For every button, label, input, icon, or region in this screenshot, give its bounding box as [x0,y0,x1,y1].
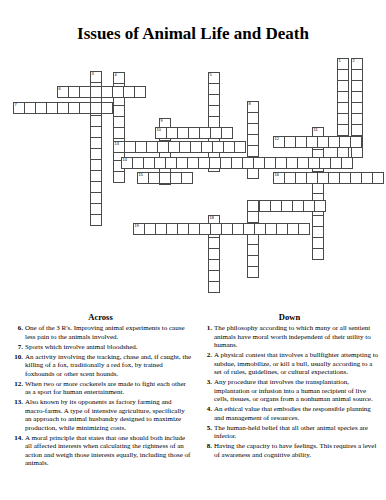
across-clue: 12.When two or more cockerels are made t… [10,380,191,397]
word-slot-19-across: 19 [133,223,309,235]
across-header: Across [10,312,191,322]
cell-number: 6 [59,87,61,91]
clue-number: 4. [199,405,214,422]
clue-number: 12. [10,380,25,397]
crossword-cell[interactable] [341,157,353,169]
word-slot-15-across: 15 [137,172,192,184]
crossword-cell[interactable] [314,200,326,212]
cell-number: 7 [15,103,17,107]
crossword-cell[interactable] [247,266,259,278]
cell-number: 1 [339,59,341,63]
clue-text: Any procedure that involves the transpla… [214,378,380,404]
clue-number: 2. [199,351,214,377]
crossword-cell[interactable] [208,281,220,293]
across-clue: 14.A moral principle that states that on… [10,434,191,468]
down-header: Down [199,312,380,322]
cell-number: 4 [115,73,117,77]
clue-text: Also known by its opponents as factory f… [25,398,191,432]
crossword-cell[interactable] [234,141,246,153]
clue-number: 8. [199,442,214,459]
clue-number: 13. [10,398,25,432]
across-clue: 10.An activity involving the tracking, c… [10,353,191,379]
cell-number: 8 [249,102,251,106]
cell-number: 15 [139,173,143,177]
word-slot-17-across: 17 [248,200,325,212]
clue-text: An activity involving the tracking, chas… [25,353,191,379]
down-clue: 5.The human-held belief that all other a… [199,424,380,441]
down-clue: 2.A physical contest that involves a bul… [199,351,380,377]
clue-text: One of the 3 R's. Improving animal exper… [25,324,191,341]
clue-number: 14. [10,434,25,468]
clue-text: A physical contest that involves a bullf… [214,351,380,377]
crossword-cell[interactable] [134,86,146,98]
across-clues-column: Across 6.One of the 3 R's. Improving ani… [10,312,191,470]
down-clue: 4.An ethical value that embodies the res… [199,405,380,422]
word-slot-6-across: 6 [57,86,145,98]
clue-text: An ethical value that embodies the respo… [214,405,380,422]
clue-number: 5. [199,424,214,441]
clue-number: 1. [199,324,214,350]
word-slot-12-across: 12 [273,136,361,148]
down-clue: 1.The philosophy according to which many… [199,324,380,350]
crossword-cell[interactable] [298,223,310,235]
cell-number: 11 [314,128,318,132]
cell-number: 10 [157,128,161,132]
word-slot-13-across: 13 [113,141,245,153]
across-clues-list: 6.One of the 3 R's. Improving animal exp… [10,324,191,468]
crossword-cell[interactable] [113,171,125,183]
crossword-grid: 12345678910111213141516171819 [0,0,386,310]
crossword-cell[interactable] [101,102,113,114]
crossword-cell[interactable] [312,248,324,260]
across-clue: 7.Sports which involve animal bloodshed. [10,343,191,352]
clue-text: The philosophy according to which many o… [214,324,380,350]
down-clues-list: 1.The philosophy according to which many… [199,324,380,459]
across-clue: 6.One of the 3 R's. Improving animal exp… [10,324,191,341]
cell-number: 18 [210,216,214,220]
clue-number: 3. [199,378,214,404]
down-clue: 8.Having the capacity to have feelings. … [199,442,380,459]
crossword-cell[interactable] [90,214,102,226]
word-slot-7-across: 7 [13,102,112,114]
crossword-cell[interactable] [372,172,384,184]
cell-number: 19 [135,224,139,228]
clue-text: Sports which involve animal bloodshed. [25,343,191,352]
cell-number: 9 [161,119,163,123]
clue-text: A moral principle that states that one s… [25,434,191,468]
word-slot-14-across: 14 [121,157,352,169]
crossword-worksheet-page: Issues of Animal Life and Death 12345678… [0,0,386,500]
down-clues-column: Down 1.The philosophy according to which… [199,312,380,470]
clue-number: 7. [10,343,25,352]
crossword-cell[interactable] [181,172,193,184]
cell-number: 14 [123,158,127,162]
cell-number: 5 [210,73,212,77]
across-clue: 13.Also known by its opponents as factor… [10,398,191,432]
cell-number: 12 [275,137,279,141]
clue-text: Having the capacity to have feelings. Th… [214,442,380,459]
crossword-cell[interactable] [350,136,362,148]
clue-text: When two or more cockerels are made to f… [25,380,191,397]
cell-number: 3 [92,72,94,76]
word-slot-x-down [247,200,259,277]
down-clue: 3.Any procedure that involves the transp… [199,378,380,404]
cell-number: 13 [115,142,119,146]
crossword-cell[interactable] [221,127,233,139]
clue-text: The human-held belief that all other ani… [214,424,380,441]
clue-section: Across 6.One of the 3 R's. Improving ani… [10,312,380,470]
word-slot-16-across: 16 [273,172,383,184]
clue-number: 6. [10,324,25,341]
clue-number: 10. [10,353,25,379]
word-slot-10-across: 10 [155,127,232,139]
cell-number: 16 [275,173,279,177]
cell-number: 2 [353,59,355,63]
